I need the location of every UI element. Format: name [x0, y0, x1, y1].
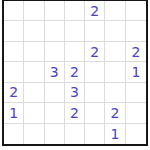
- cell-r2c1[interactable]: [4, 21, 24, 41]
- cell-r1c6[interactable]: [105, 1, 125, 21]
- cell-r4c4: 2: [65, 62, 85, 82]
- cell-r4c3: 3: [45, 62, 65, 82]
- cell-r7c7[interactable]: [126, 124, 146, 144]
- cell-r5c6[interactable]: [105, 83, 125, 103]
- puzzle-board: 222321231221: [2, 0, 148, 146]
- cell-r4c6[interactable]: [105, 62, 125, 82]
- cell-r2c4[interactable]: [65, 21, 85, 41]
- cell-r3c7: 2: [126, 42, 146, 62]
- cell-r5c1: 2: [4, 83, 24, 103]
- cell-r6c7[interactable]: [126, 103, 146, 123]
- cell-r3c5: 2: [85, 42, 105, 62]
- cell-r5c2[interactable]: [24, 83, 44, 103]
- cell-r1c3[interactable]: [45, 1, 65, 21]
- cell-r1c1[interactable]: [4, 1, 24, 21]
- cell-r7c5[interactable]: [85, 124, 105, 144]
- cell-r7c4[interactable]: [65, 124, 85, 144]
- cell-r5c3[interactable]: [45, 83, 65, 103]
- cell-r2c3[interactable]: [45, 21, 65, 41]
- cell-r2c5[interactable]: [85, 21, 105, 41]
- cell-r1c4[interactable]: [65, 1, 85, 21]
- cell-r4c7: 1: [126, 62, 146, 82]
- cell-r6c5[interactable]: [85, 103, 105, 123]
- cell-r1c2[interactable]: [24, 1, 44, 21]
- cell-r6c1: 1: [4, 103, 24, 123]
- cell-r1c7[interactable]: [126, 1, 146, 21]
- cell-r4c5[interactable]: [85, 62, 105, 82]
- cell-r3c6[interactable]: [105, 42, 125, 62]
- cell-r5c4: 3: [65, 83, 85, 103]
- cell-r3c2[interactable]: [24, 42, 44, 62]
- cell-r3c4[interactable]: [65, 42, 85, 62]
- cell-r2c2[interactable]: [24, 21, 44, 41]
- cell-r3c1[interactable]: [4, 42, 24, 62]
- cell-r7c2[interactable]: [24, 124, 44, 144]
- cell-r6c3[interactable]: [45, 103, 65, 123]
- cell-r7c3[interactable]: [45, 124, 65, 144]
- cell-r2c7[interactable]: [126, 21, 146, 41]
- cell-r6c6: 2: [105, 103, 125, 123]
- cell-r6c2[interactable]: [24, 103, 44, 123]
- cell-r6c4: 2: [65, 103, 85, 123]
- cell-r5c5[interactable]: [85, 83, 105, 103]
- cell-r5c7[interactable]: [126, 83, 146, 103]
- cell-r7c1[interactable]: [4, 124, 24, 144]
- cell-r7c6: 1: [105, 124, 125, 144]
- cell-r4c2[interactable]: [24, 62, 44, 82]
- cell-r1c5: 2: [85, 1, 105, 21]
- cell-r3c3[interactable]: [45, 42, 65, 62]
- cell-r2c6[interactable]: [105, 21, 125, 41]
- cell-r4c1[interactable]: [4, 62, 24, 82]
